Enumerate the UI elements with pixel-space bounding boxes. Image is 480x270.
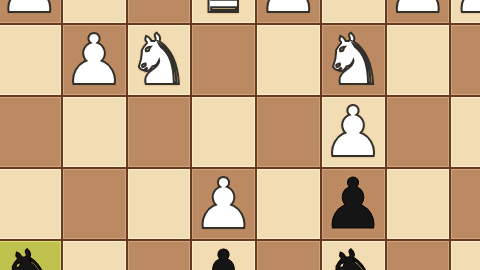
square-a4[interactable]: 4 — [450, 96, 480, 168]
square-h2[interactable]: ♟ — [0, 0, 62, 24]
square-e4[interactable] — [191, 96, 256, 168]
square-b2[interactable]: ♟ — [386, 0, 451, 24]
square-g5[interactable] — [62, 168, 127, 240]
black-pawn-c5[interactable]: ♟ — [322, 169, 385, 239]
white-pawn-a2[interactable]: ♟ — [451, 0, 480, 23]
white-knight-f3[interactable]: ♞ — [128, 25, 191, 95]
square-b5[interactable] — [386, 168, 451, 240]
square-h5[interactable] — [0, 168, 62, 240]
white-pawn-h2[interactable]: ♟ — [0, 0, 61, 23]
white-knight-c3[interactable]: ♞ — [322, 25, 385, 95]
square-e5[interactable]: ♟ — [191, 168, 256, 240]
square-c3[interactable]: ♞ — [321, 24, 386, 96]
square-e6[interactable]: ♟ — [191, 240, 256, 270]
square-d2[interactable]: ♟ — [256, 0, 321, 24]
square-b3[interactable] — [386, 24, 451, 96]
white-pawn-e5[interactable]: ♟ — [192, 169, 255, 239]
white-queen-e2[interactable]: ♛ — [192, 0, 255, 23]
square-h3[interactable] — [0, 24, 62, 96]
white-pawn-g3[interactable]: ♟ — [63, 25, 126, 95]
black-knight-c6[interactable]: ♞ — [322, 241, 385, 270]
square-a5[interactable]: 5 — [450, 168, 480, 240]
chess-board-viewport: ♟♛♟♟♟♟♞♞3♟4♟♟5♞♟♞6 — [0, 0, 480, 270]
black-knight-h6[interactable]: ♞ — [0, 241, 61, 270]
square-c4[interactable]: ♟ — [321, 96, 386, 168]
white-pawn-b2[interactable]: ♟ — [387, 0, 450, 23]
square-e3[interactable] — [191, 24, 256, 96]
square-c5[interactable]: ♟ — [321, 168, 386, 240]
square-d5[interactable] — [256, 168, 321, 240]
square-a6[interactable]: 6 — [450, 240, 480, 270]
square-c6[interactable]: ♞ — [321, 240, 386, 270]
square-b4[interactable] — [386, 96, 451, 168]
square-g4[interactable] — [62, 96, 127, 168]
square-b6[interactable] — [386, 240, 451, 270]
square-f3[interactable]: ♞ — [127, 24, 192, 96]
square-a2[interactable]: ♟ — [450, 0, 480, 24]
square-e2[interactable]: ♛ — [191, 0, 256, 24]
square-h6[interactable]: ♞ — [0, 240, 62, 270]
square-f6[interactable] — [127, 240, 192, 270]
square-f4[interactable] — [127, 96, 192, 168]
white-pawn-d2[interactable]: ♟ — [257, 0, 320, 23]
square-g6[interactable] — [62, 240, 127, 270]
square-f5[interactable] — [127, 168, 192, 240]
white-pawn-c4[interactable]: ♟ — [322, 97, 385, 167]
square-d3[interactable] — [256, 24, 321, 96]
chess-board: ♟♛♟♟♟♟♞♞3♟4♟♟5♞♟♞6 — [0, 0, 480, 270]
square-d6[interactable] — [256, 240, 321, 270]
black-pawn-e6[interactable]: ♟ — [192, 241, 255, 270]
square-d4[interactable] — [256, 96, 321, 168]
square-h4[interactable] — [0, 96, 62, 168]
square-a3[interactable]: 3 — [450, 24, 480, 96]
square-g3[interactable]: ♟ — [62, 24, 127, 96]
